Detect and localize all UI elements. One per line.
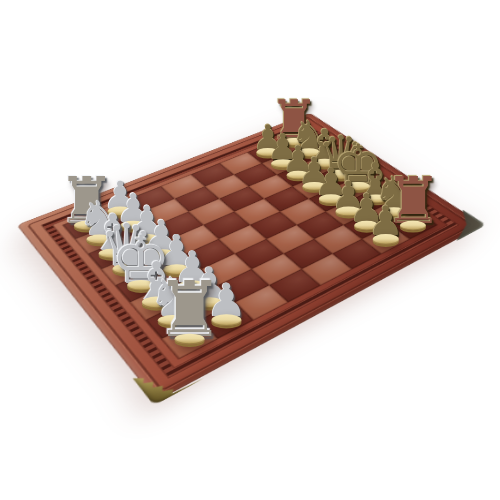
piece-black-pawn[interactable]: ♟ xyxy=(368,203,404,244)
chess-set-photo: ♜♞♝♛♚♝♞♜♟♟♟♟♟♟♟♟♟♟♟♟♟♟♟♟♜♞♝♛♚♝♞♜ xyxy=(0,0,500,500)
piece-white-rook[interactable]: ♜ xyxy=(155,275,224,345)
leather-board-mat xyxy=(17,113,484,402)
